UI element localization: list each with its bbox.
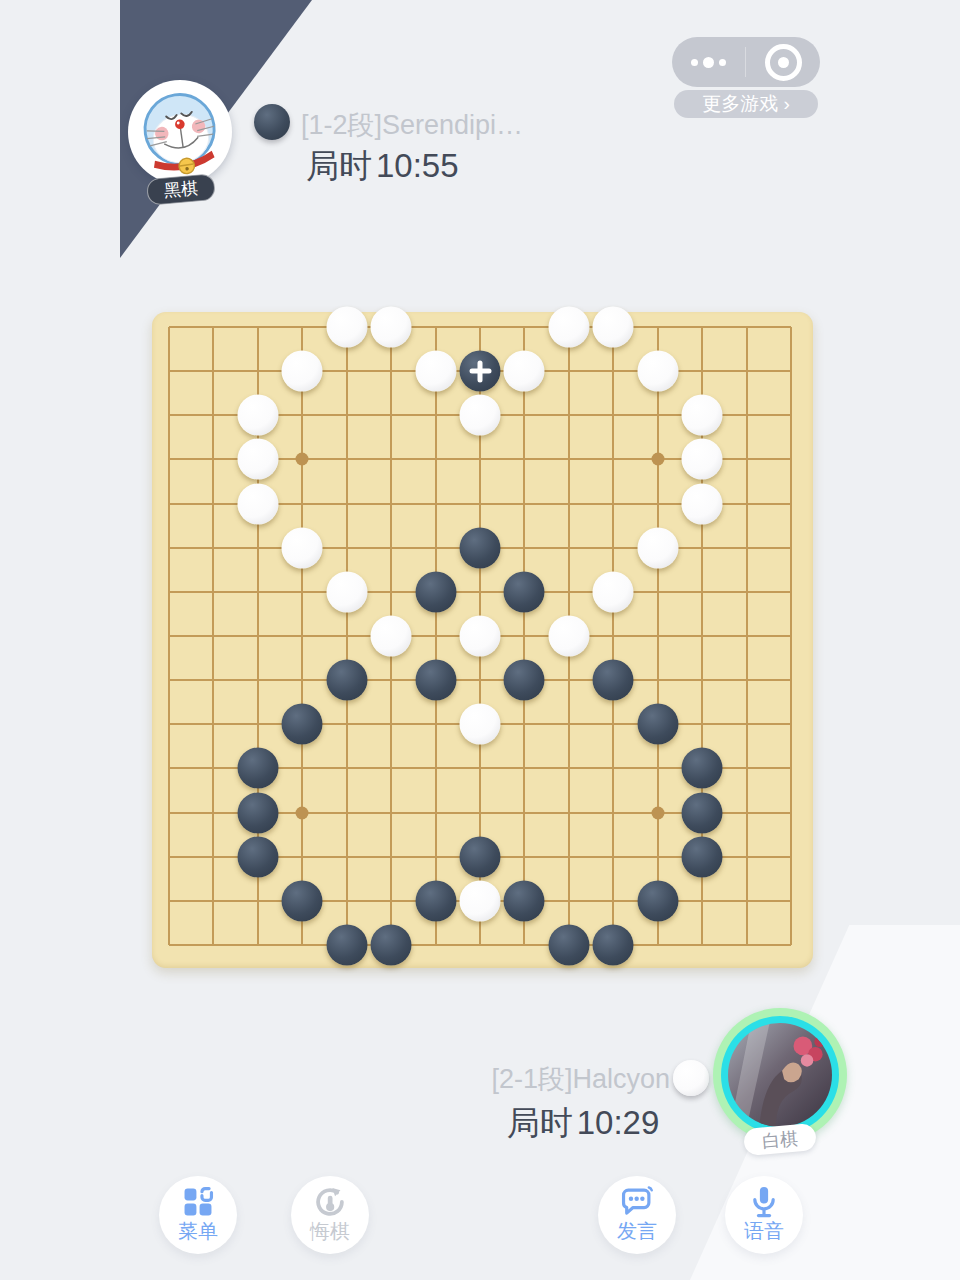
star-point — [296, 453, 309, 466]
go-board — [152, 312, 813, 968]
star-point — [651, 453, 664, 466]
star-point — [651, 806, 664, 819]
black-stone — [371, 925, 412, 966]
doraemon-avatar-image — [132, 84, 228, 180]
white-stone — [504, 351, 545, 392]
white-time-label: 局时 — [507, 1104, 573, 1141]
black-stone — [237, 748, 278, 789]
star-point — [296, 806, 309, 819]
black-stone — [460, 527, 501, 568]
black-stone — [282, 880, 323, 921]
chat-button-label: 发言 — [617, 1220, 657, 1242]
exit-target-icon — [765, 44, 802, 81]
white-stone — [237, 395, 278, 436]
white-stone — [237, 439, 278, 480]
white-stone — [371, 616, 412, 657]
miniprogram-capsule — [672, 37, 820, 87]
white-stone — [548, 616, 589, 657]
white-player-avatar — [728, 1023, 832, 1127]
white-stone — [282, 527, 323, 568]
white-stone — [460, 880, 501, 921]
undo-hand-icon — [311, 1183, 349, 1221]
black-stone — [415, 660, 456, 701]
chat-button[interactable]: 发言 — [598, 1176, 676, 1254]
black-player-clock: 局时10:55 — [306, 144, 463, 189]
white-stone — [548, 307, 589, 348]
dot-icon — [719, 59, 726, 66]
black-stone-icon — [254, 104, 290, 140]
more-options-button[interactable] — [672, 37, 745, 87]
last-move-marker — [469, 360, 491, 382]
grid-line — [746, 327, 748, 945]
white-stone — [415, 351, 456, 392]
black-stone — [682, 836, 723, 877]
menu-button-label: 菜单 — [178, 1220, 218, 1242]
black-stone — [282, 704, 323, 745]
black-stone — [460, 351, 501, 392]
grid-line — [657, 327, 659, 945]
black-stone — [504, 571, 545, 612]
grid-line — [169, 679, 791, 681]
black-stone — [237, 836, 278, 877]
dot-icon — [691, 59, 698, 66]
more-games-button[interactable]: 更多游戏 › — [674, 90, 818, 118]
white-stone — [637, 527, 678, 568]
black-stone — [326, 925, 367, 966]
white-stone — [460, 395, 501, 436]
white-time-value: 10:29 — [577, 1104, 660, 1141]
black-stone — [237, 792, 278, 833]
menu-grid-icon — [179, 1183, 217, 1221]
white-stone-icon — [673, 1060, 709, 1096]
grid-line — [612, 327, 614, 945]
game-screen: 黑棋 [1-2段]Serendipi… 局时10:55 更多游戏 › [2-1段… — [0, 0, 960, 1280]
white-avatar-image — [728, 1023, 832, 1127]
white-stone — [682, 483, 723, 524]
menu-button[interactable]: 菜单 — [159, 1176, 237, 1254]
black-player-name: [1-2段]Serendipi… — [301, 107, 523, 143]
grid-line — [169, 944, 791, 946]
white-side-label-text: 白棋 — [761, 1126, 799, 1153]
black-stone — [504, 880, 545, 921]
black-stone — [548, 925, 589, 966]
black-stone — [415, 571, 456, 612]
black-side-label-text: 黑棋 — [163, 177, 199, 203]
black-stone — [415, 880, 456, 921]
black-stone — [682, 748, 723, 789]
black-stone — [504, 660, 545, 701]
undo-move-button[interactable]: 悔棋 — [291, 1176, 369, 1254]
white-stone — [460, 704, 501, 745]
black-stone — [460, 836, 501, 877]
white-stone — [326, 307, 367, 348]
voice-button[interactable]: 语音 — [725, 1176, 803, 1254]
microphone-icon — [745, 1183, 783, 1221]
chat-bubble-icon — [618, 1183, 656, 1221]
grid-line — [523, 327, 525, 945]
white-stone — [682, 395, 723, 436]
white-stone — [282, 351, 323, 392]
white-stone — [637, 351, 678, 392]
white-stone — [593, 571, 634, 612]
board-grid[interactable] — [169, 327, 791, 945]
black-side-label: 黑棋 — [146, 173, 216, 206]
dot-icon — [703, 57, 714, 68]
black-time-label: 局时 — [306, 147, 372, 184]
white-stone — [237, 483, 278, 524]
white-stone — [371, 307, 412, 348]
black-stone — [637, 704, 678, 745]
undo-button-label: 悔棋 — [310, 1220, 350, 1242]
white-stone — [326, 571, 367, 612]
black-player-avatar — [128, 80, 232, 184]
exit-button[interactable] — [746, 37, 820, 87]
black-time-value: 10:55 — [376, 147, 459, 184]
white-player-name: [2-1段]Halcyon — [420, 1061, 670, 1097]
black-stone — [593, 660, 634, 701]
black-stone — [593, 925, 634, 966]
white-stone — [460, 616, 501, 657]
black-stone — [326, 660, 367, 701]
white-player-timer-ring — [713, 1008, 847, 1142]
white-stone — [593, 307, 634, 348]
more-games-label: 更多游戏 › — [702, 91, 790, 117]
white-player-clock: 局时10:29 — [490, 1101, 680, 1146]
grid-line — [790, 327, 792, 945]
white-stone — [682, 439, 723, 480]
black-stone — [682, 792, 723, 833]
voice-button-label: 语音 — [744, 1220, 784, 1242]
black-stone — [637, 880, 678, 921]
